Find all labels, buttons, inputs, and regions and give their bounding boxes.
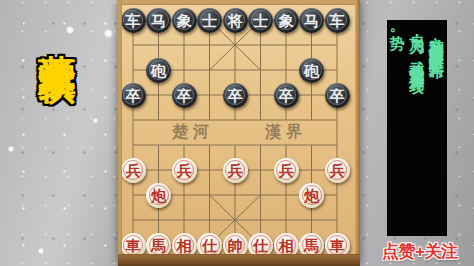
piece-glyph: 卒 xyxy=(126,83,141,108)
commentary-column-2: 局飞刀，武俊强难顶犀利攻 xyxy=(407,24,427,236)
like-follow-banner[interactable]: 点赞+关注 xyxy=(382,240,474,263)
sparkle-dot xyxy=(38,248,44,254)
piece-red-soldier[interactable]: 兵 xyxy=(325,158,350,183)
piece-red-soldier[interactable]: 兵 xyxy=(274,158,299,183)
piece-black-chariot[interactable]: 车 xyxy=(121,8,146,33)
piece-black-soldier[interactable]: 卒 xyxy=(172,83,197,108)
piece-glyph: 士 xyxy=(202,8,217,33)
piece-black-elephant[interactable]: 象 xyxy=(172,8,197,33)
piece-glyph: 兵 xyxy=(279,158,294,183)
piece-glyph: 炮 xyxy=(151,183,166,208)
piece-glyph: 兵 xyxy=(228,158,243,183)
sparkle-dot xyxy=(93,118,98,123)
board-right-edge xyxy=(355,0,360,266)
piece-red-soldier[interactable]: 兵 xyxy=(121,158,146,183)
video-frame: 蒙泽学象棋 楚河 漢界 车马象士将士象马车砲砲卒卒卒卒卒兵兵兵兵兵炮炮車馬相仕帥… xyxy=(0,0,474,266)
sparkle-dot xyxy=(104,29,113,38)
xiangqi-board[interactable]: 楚河 漢界 车马象士将士象马车砲砲卒卒卒卒卒兵兵兵兵兵炮炮車馬相仕帥仕相馬車 xyxy=(118,0,360,266)
piece-glyph: 砲 xyxy=(304,58,319,83)
piece-glyph: 兵 xyxy=(330,158,345,183)
piece-black-soldier[interactable]: 卒 xyxy=(274,83,299,108)
piece-black-horse[interactable]: 马 xyxy=(146,8,171,33)
piece-glyph: 兵 xyxy=(126,158,141,183)
piece-glyph: 兵 xyxy=(177,158,192,183)
piece-glyph: 车 xyxy=(126,8,141,33)
commentary-column-3: 势。 xyxy=(388,24,408,236)
piece-glyph: 马 xyxy=(304,8,319,33)
board-top-edge xyxy=(118,0,360,5)
commentary-column-1: 六脉神剑赵鑫鑫意进中兵布 xyxy=(427,24,447,236)
piece-red-cannon[interactable]: 炮 xyxy=(146,183,171,208)
sparkle-dot xyxy=(8,146,14,152)
piece-glyph: 将 xyxy=(228,8,243,33)
piece-glyph: 车 xyxy=(330,8,345,33)
piece-glyph: 卒 xyxy=(177,83,192,108)
piece-glyph: 象 xyxy=(279,8,294,33)
river-label-han-jie: 漢界 xyxy=(265,122,307,143)
piece-glyph: 卒 xyxy=(330,83,345,108)
board-bottom-frame xyxy=(118,254,360,266)
piece-black-soldier[interactable]: 卒 xyxy=(223,83,248,108)
piece-glyph: 象 xyxy=(177,8,192,33)
commentary-panel: 六脉神剑赵鑫鑫意进中兵布 局飞刀，武俊强难顶犀利攻 势。 xyxy=(387,20,447,236)
piece-red-soldier[interactable]: 兵 xyxy=(223,158,248,183)
piece-black-chariot[interactable]: 车 xyxy=(325,8,350,33)
channel-title: 蒙泽学象棋 xyxy=(33,24,81,244)
piece-black-advisor[interactable]: 士 xyxy=(197,8,222,33)
piece-black-cannon[interactable]: 砲 xyxy=(299,58,324,83)
board-grid xyxy=(118,0,360,266)
piece-black-elephant[interactable]: 象 xyxy=(274,8,299,33)
piece-glyph: 砲 xyxy=(151,58,166,83)
piece-red-cannon[interactable]: 炮 xyxy=(299,183,324,208)
piece-red-soldier[interactable]: 兵 xyxy=(172,158,197,183)
river-label-chu-he: 楚河 xyxy=(172,122,214,143)
piece-black-cannon[interactable]: 砲 xyxy=(146,58,171,83)
piece-glyph: 马 xyxy=(151,8,166,33)
piece-glyph: 卒 xyxy=(279,83,294,108)
piece-black-advisor[interactable]: 士 xyxy=(248,8,273,33)
piece-black-soldier[interactable]: 卒 xyxy=(325,83,350,108)
piece-black-horse[interactable]: 马 xyxy=(299,8,324,33)
piece-glyph: 炮 xyxy=(304,183,319,208)
piece-black-general[interactable]: 将 xyxy=(223,8,248,33)
board-left-edge xyxy=(118,0,122,266)
piece-glyph: 士 xyxy=(253,8,268,33)
piece-glyph: 卒 xyxy=(228,83,243,108)
piece-black-soldier[interactable]: 卒 xyxy=(121,83,146,108)
